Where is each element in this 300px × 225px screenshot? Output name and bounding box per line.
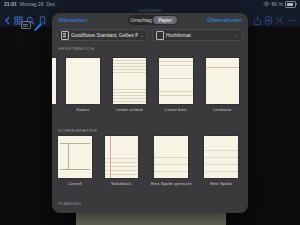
- add-page-button[interactable]: [264, 11, 273, 20]
- cover-paper-segmented-control: Umschlag Papier: [128, 15, 178, 25]
- filter-row: GoodNotes Standard, Gelbes Papier ⌄ Hoch…: [57, 29, 243, 41]
- page-thumbnail-icon[interactable]: [21, 21, 31, 29]
- orientation-select[interactable]: Hochformat ⌄: [152, 29, 243, 41]
- orientation-value: Hochformat: [166, 33, 233, 38]
- chevron-down-icon: ⌄: [140, 33, 144, 38]
- section-label-herkoemmlich: HERKÖMMLICH: [58, 46, 94, 51]
- paper-preview: [105, 136, 139, 178]
- more-options-button[interactable]: [288, 11, 297, 20]
- template-eine-spalte-gemischt[interactable]: Eine Spalte gemischt: [151, 136, 191, 186]
- section-label-planung: PLANUNG: [58, 201, 81, 206]
- template-kariert[interactable]: Kariert: [66, 58, 100, 112]
- template-row-herkoemmlich: Kariert Liniert schmal Liniert breit Ler…: [52, 58, 248, 112]
- section-label-schreibpapier: SCHREIBPAPIER: [58, 128, 97, 133]
- paper-style-select[interactable]: GoodNotes Standard, Gelbes Papier ⌄: [57, 29, 148, 41]
- thumbnails-grid-button[interactable]: [14, 11, 23, 20]
- template-row-schreibpapier: Cornell Notizblock Eine Spalte gemischt …: [52, 136, 248, 186]
- template-liniert-schmal[interactable]: Liniert schmal: [113, 58, 147, 112]
- template-cornell[interactable]: Cornell: [58, 136, 92, 186]
- template-eine-spalte[interactable]: Eine Spalte: [204, 136, 238, 186]
- paper-preview: [113, 58, 147, 104]
- template-picker-dialog: Abbrechen Umschlag Papier Übernehmen Goo…: [52, 13, 248, 213]
- paper-preview: [206, 58, 240, 104]
- apply-button[interactable]: Übernehmen: [207, 17, 242, 23]
- close-fullscreen-button[interactable]: [275, 11, 284, 20]
- tab-papier[interactable]: Papier: [153, 16, 177, 24]
- dialog-header: Abbrechen Umschlag Papier Übernehmen: [52, 13, 248, 26]
- share-button[interactable]: [253, 11, 262, 20]
- paper-preview: [204, 136, 238, 178]
- paper-preview: [58, 136, 92, 178]
- partial-template-left[interactable]: [52, 58, 56, 104]
- chevron-down-icon: ⌄: [235, 33, 239, 38]
- tab-umschlag[interactable]: Umschlag: [129, 16, 153, 24]
- paper-preview: [66, 58, 100, 104]
- cancel-button[interactable]: Abbrechen: [58, 17, 87, 23]
- portrait-icon: [156, 31, 164, 40]
- paper-style-icon: [61, 31, 69, 40]
- pencil-tool-icon[interactable]: [32, 19, 43, 30]
- template-notizblock[interactable]: Notizblock: [105, 136, 139, 186]
- template-lernkarte[interactable]: Lernkarte: [206, 58, 240, 112]
- notebook-page-behind-dialog: [76, 213, 226, 225]
- paper-style-value: GoodNotes Standard, Gelbes Papier: [71, 33, 138, 38]
- paper-preview: [159, 58, 193, 104]
- paper-preview: [154, 136, 188, 178]
- template-liniert-breit[interactable]: Liniert breit: [159, 58, 193, 112]
- back-button[interactable]: [3, 11, 12, 20]
- ipad-screen: 21:01Montag 28. Dez. 80 % Lernkarten Abb…: [0, 0, 300, 225]
